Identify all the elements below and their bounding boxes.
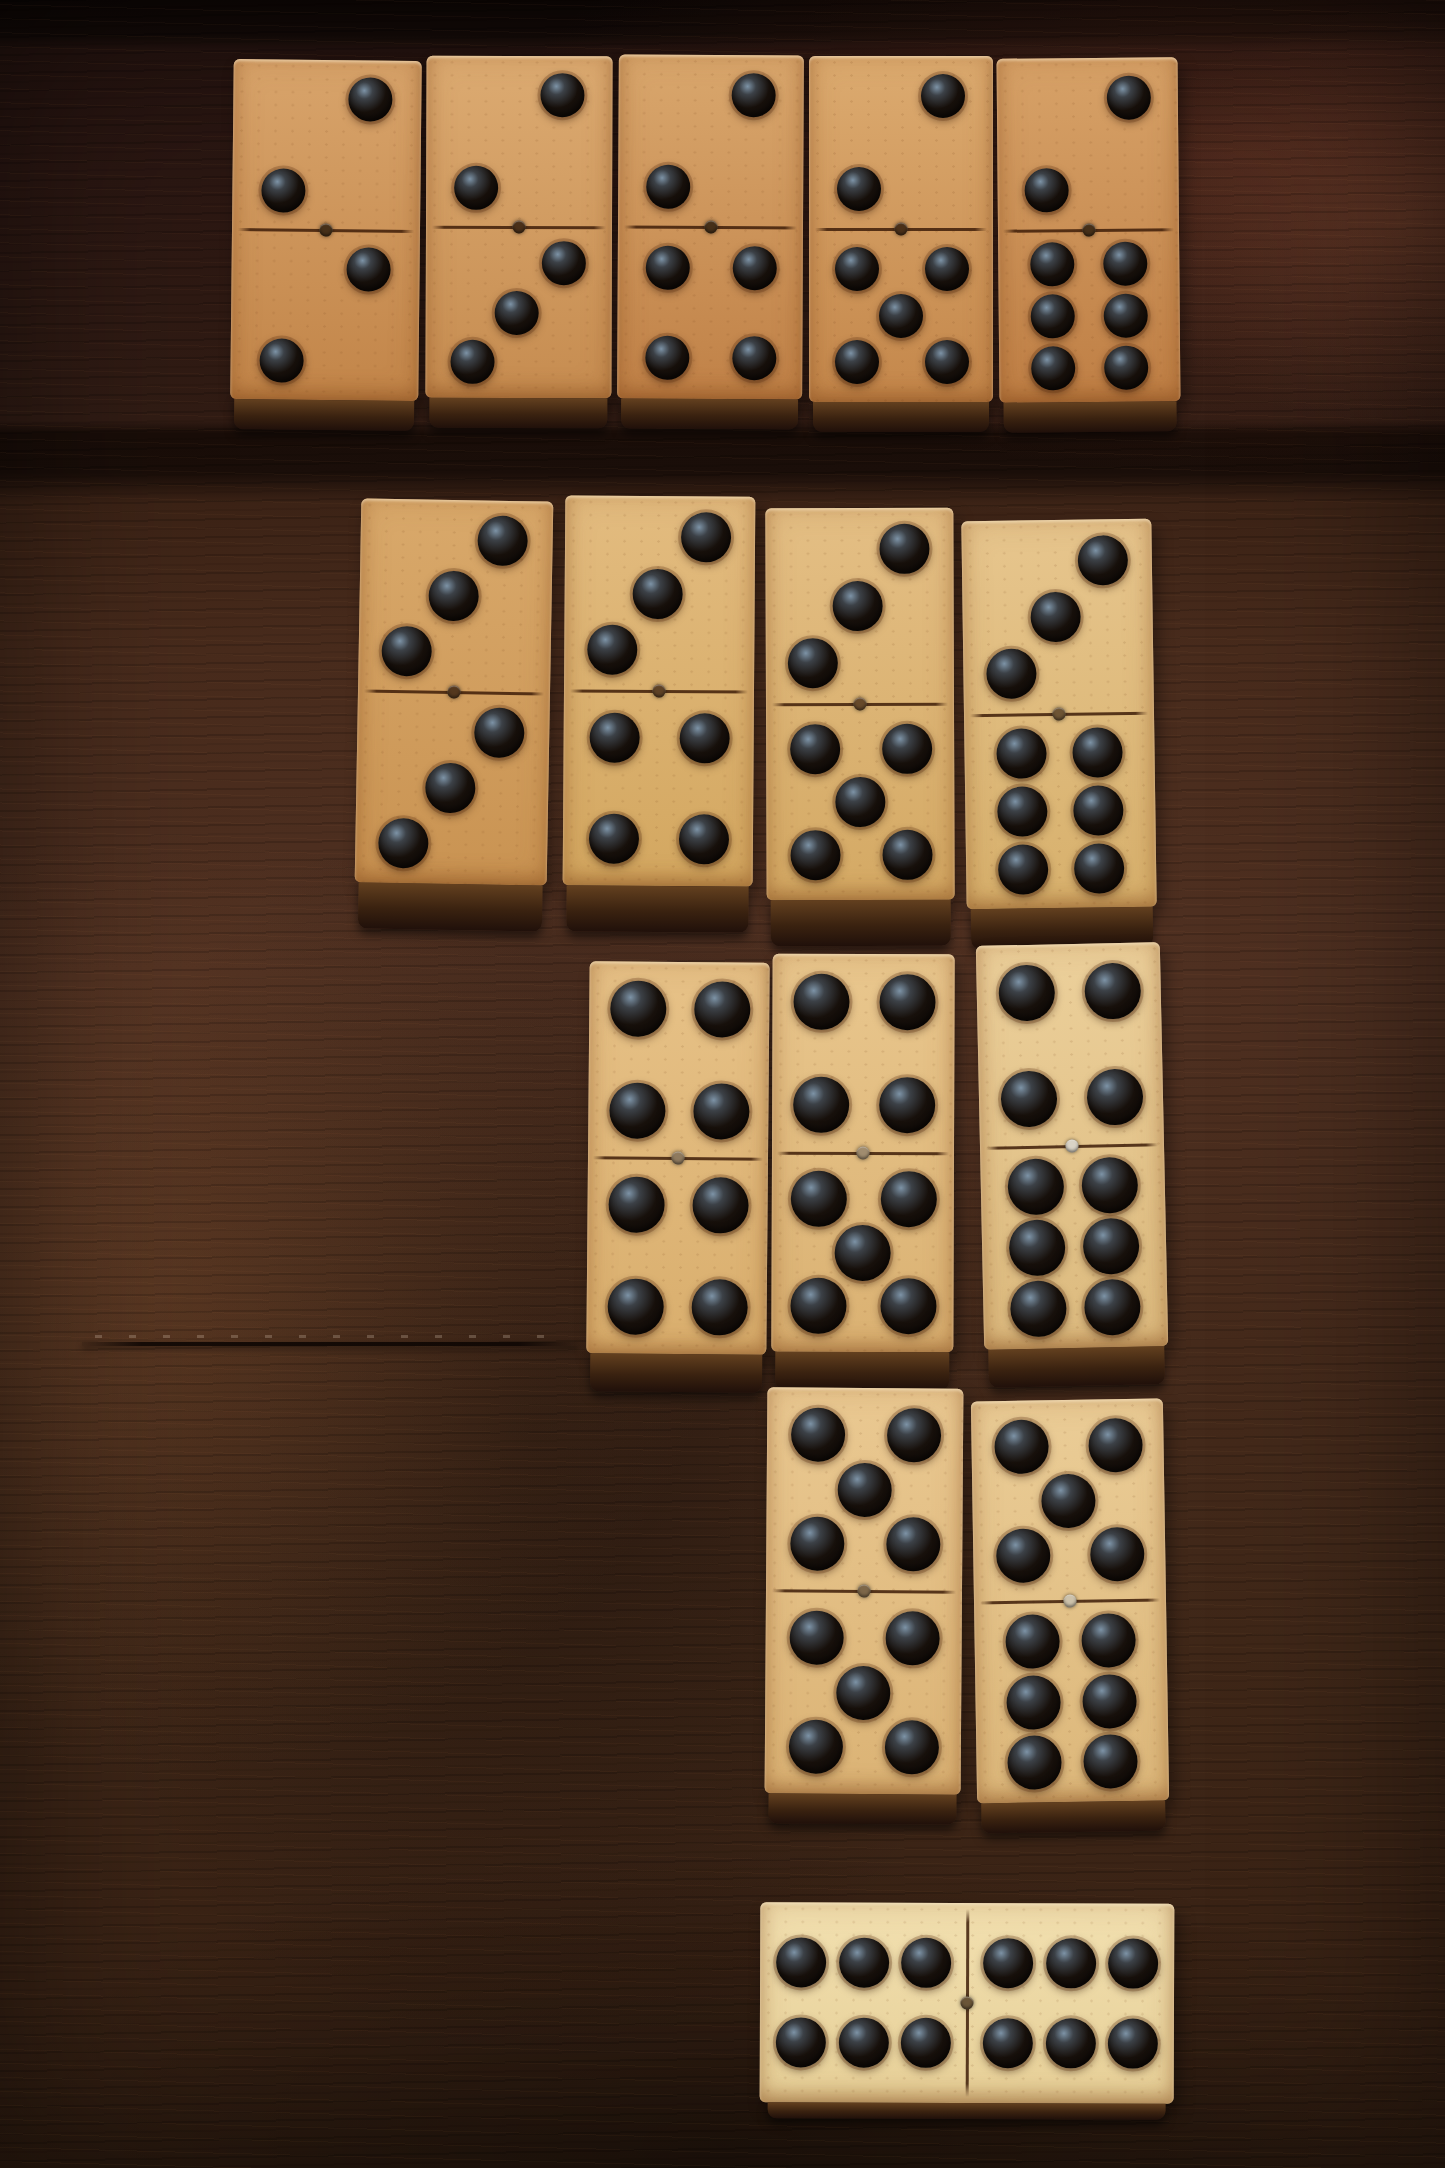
pip <box>1077 535 1128 586</box>
pip <box>789 1610 843 1664</box>
domino-half-6 <box>964 713 1157 910</box>
pip <box>1103 293 1147 337</box>
pip <box>1030 243 1074 287</box>
pip <box>882 830 932 880</box>
pip <box>1083 1734 1138 1789</box>
pip <box>879 524 929 574</box>
tile-side-edge <box>775 1352 950 1391</box>
spinner-pin <box>652 684 665 697</box>
pip <box>1024 169 1068 213</box>
pip <box>921 74 965 118</box>
domino-half-2 <box>426 56 613 228</box>
domino-half-5 <box>809 229 993 402</box>
pip <box>1074 843 1125 894</box>
pip <box>678 814 728 864</box>
pip <box>994 1420 1049 1475</box>
pip <box>259 338 303 382</box>
pip <box>590 712 640 762</box>
tile-side-edge <box>981 1801 1166 1834</box>
tile-side-edge <box>234 399 415 431</box>
domino-half-5 <box>766 1387 963 1591</box>
domino-2-6[interactable] <box>997 57 1181 403</box>
spinner-pin <box>1082 223 1095 236</box>
pip <box>1000 1070 1057 1127</box>
pip <box>540 73 584 117</box>
domino-3-6[interactable] <box>961 519 1156 910</box>
domino-half-2 <box>997 57 1179 231</box>
pip <box>1088 1418 1143 1473</box>
pip <box>776 1937 826 1987</box>
pip <box>886 1517 940 1571</box>
pip <box>454 165 498 209</box>
pip <box>1103 242 1147 286</box>
spinner-pin <box>1063 1594 1076 1607</box>
pip <box>1087 1068 1144 1125</box>
pip <box>608 1176 664 1232</box>
domino-4-6[interactable] <box>976 942 1168 1350</box>
pip <box>1107 2018 1157 2068</box>
pip <box>693 1083 749 1139</box>
pip <box>680 512 730 562</box>
pip <box>996 728 1047 779</box>
pip <box>679 713 729 763</box>
pip <box>692 1279 748 1335</box>
tile-side-edge <box>358 882 543 931</box>
domino-2-5[interactable] <box>809 56 993 402</box>
pip <box>450 340 494 384</box>
domino-half-2 <box>232 59 422 231</box>
pip <box>986 649 1037 700</box>
pip <box>836 1665 890 1719</box>
pip <box>776 2017 826 2067</box>
pip <box>887 1408 941 1462</box>
pip <box>1081 1157 1138 1214</box>
wood-crack <box>82 1342 578 1346</box>
pip <box>996 1528 1051 1583</box>
pip <box>835 247 879 291</box>
spinner-pin <box>853 697 866 710</box>
pip <box>381 625 432 676</box>
domino-4-4[interactable] <box>586 961 769 1355</box>
pip <box>900 2018 950 2068</box>
tile-side-edge <box>566 885 749 932</box>
pip <box>1082 1218 1139 1275</box>
pip <box>1007 1735 1062 1790</box>
pip <box>1031 346 1075 390</box>
pip <box>791 1278 847 1334</box>
pip <box>925 340 969 384</box>
pip <box>1030 592 1081 643</box>
domino-half-4 <box>588 961 770 1159</box>
domino-half-4 <box>563 690 754 886</box>
spinner-pin <box>960 1996 973 2009</box>
spinner-pin <box>704 220 717 233</box>
pip <box>1031 294 1075 338</box>
pip <box>261 168 305 212</box>
pip <box>477 516 528 567</box>
domino-5-5[interactable] <box>765 1387 964 1794</box>
pip <box>1083 1673 1138 1728</box>
domino-3-3[interactable] <box>355 498 554 885</box>
domino-half-6 <box>998 229 1180 403</box>
pip <box>835 340 879 384</box>
spinner-pin <box>512 220 525 233</box>
pip <box>885 1611 939 1665</box>
domino-half-6 <box>967 1903 1175 2104</box>
tile-side-edge <box>768 2102 1166 2119</box>
pip <box>1041 1473 1096 1528</box>
pip <box>794 974 850 1030</box>
pip <box>587 625 637 675</box>
domino-2-3[interactable] <box>425 56 612 399</box>
pip <box>998 965 1055 1022</box>
pip <box>885 1720 939 1774</box>
domino-half-6 <box>974 1599 1169 1803</box>
domino-3-4[interactable] <box>563 495 756 886</box>
domino-half-3 <box>358 498 553 693</box>
pip <box>983 2018 1033 2068</box>
pip <box>880 1171 936 1227</box>
pip <box>879 1077 935 1133</box>
pip <box>1090 1527 1145 1582</box>
pip <box>645 335 689 379</box>
domino-half-6 <box>980 1144 1168 1350</box>
domino-half-3 <box>355 690 550 885</box>
pip <box>378 817 429 868</box>
domino-half-5 <box>971 1399 1166 1603</box>
pip <box>1108 1938 1158 1988</box>
pip <box>791 1407 845 1461</box>
domino-2-4[interactable] <box>617 55 804 400</box>
domino-4-5[interactable] <box>771 954 954 1353</box>
domino-half-6 <box>760 1902 968 2103</box>
pip <box>733 246 777 290</box>
pip <box>609 1082 665 1138</box>
pip <box>1007 1159 1064 1216</box>
pip <box>838 2018 888 2068</box>
pip <box>1046 1938 1096 1988</box>
wood-crack-scratches <box>95 1335 555 1338</box>
pip <box>1082 1613 1137 1668</box>
pip <box>1072 727 1123 778</box>
pip <box>646 246 690 290</box>
pip <box>790 724 840 774</box>
domino-half-4 <box>586 1157 768 1355</box>
pip <box>610 980 666 1036</box>
pip <box>694 981 750 1037</box>
pip <box>835 777 885 827</box>
pip <box>998 844 1049 895</box>
pip <box>607 1278 663 1334</box>
pip <box>1104 345 1148 389</box>
pip <box>633 568 683 618</box>
domino-half-4 <box>772 954 955 1154</box>
domino-half-2 <box>230 229 420 401</box>
tile-side-edge <box>988 1346 1165 1388</box>
spinner-pin <box>1052 707 1065 720</box>
domino-half-5 <box>765 1590 962 1794</box>
domino-half-2 <box>809 56 993 229</box>
domino-6-6[interactable] <box>760 1902 1175 2103</box>
pip <box>882 724 932 774</box>
tile-side-edge <box>813 402 990 432</box>
pip <box>732 336 776 380</box>
pip <box>793 1077 849 1133</box>
pip <box>474 708 525 759</box>
pip <box>837 167 881 211</box>
tile-side-edge <box>770 900 951 947</box>
spinner-pin <box>857 1584 870 1597</box>
pip <box>1006 1675 1061 1730</box>
pip <box>835 1224 891 1280</box>
pip <box>495 290 539 334</box>
pip <box>839 1938 889 1988</box>
pip <box>1107 75 1151 119</box>
domino-half-5 <box>771 1153 954 1353</box>
tile-side-edge <box>621 399 799 430</box>
pip <box>791 1171 847 1227</box>
domino-half-4 <box>976 942 1164 1148</box>
pip <box>425 763 476 814</box>
tile-side-edge <box>768 1793 956 1824</box>
domino-5-6[interactable] <box>971 1399 1169 1804</box>
pip <box>589 814 639 864</box>
pip <box>541 241 585 285</box>
pip <box>790 830 840 880</box>
domino-half-5 <box>766 704 955 901</box>
domino-half-3 <box>564 495 755 691</box>
pip <box>732 73 776 117</box>
pip <box>997 786 1048 837</box>
pip <box>347 247 391 291</box>
domino-half-2 <box>618 55 804 228</box>
pip <box>1045 2018 1095 2068</box>
spinner-pin <box>319 223 332 236</box>
tile-side-edge <box>1003 401 1177 433</box>
domino-3-5[interactable] <box>765 508 954 901</box>
spinner-pin <box>856 1146 869 1159</box>
pip <box>1005 1614 1060 1669</box>
spinner-pin <box>895 223 908 236</box>
pip <box>879 294 923 338</box>
domino-half-3 <box>425 227 612 399</box>
pip <box>838 1462 892 1516</box>
table-surface <box>0 0 1445 2168</box>
pip <box>788 638 838 688</box>
domino-half-3 <box>961 519 1154 716</box>
domino-2-2[interactable] <box>230 59 422 401</box>
pip <box>901 1938 951 1988</box>
tile-side-edge <box>590 1353 763 1393</box>
pip <box>925 247 969 291</box>
pip <box>1084 963 1141 1020</box>
domino-half-4 <box>617 227 803 400</box>
pip <box>1073 785 1124 836</box>
tile-side-edge <box>429 398 608 429</box>
pip <box>789 1720 843 1774</box>
pip <box>833 581 883 631</box>
pip <box>879 974 935 1030</box>
pip <box>1010 1280 1067 1337</box>
pip <box>1009 1219 1066 1276</box>
pip <box>790 1517 844 1571</box>
pip <box>646 165 690 209</box>
spinner-pin <box>671 1151 684 1164</box>
pip <box>983 1938 1033 1988</box>
pip <box>1084 1278 1141 1335</box>
domino-half-3 <box>765 508 954 705</box>
pip <box>428 571 479 622</box>
pip <box>348 77 392 121</box>
pip <box>880 1278 936 1334</box>
pip <box>693 1177 749 1233</box>
